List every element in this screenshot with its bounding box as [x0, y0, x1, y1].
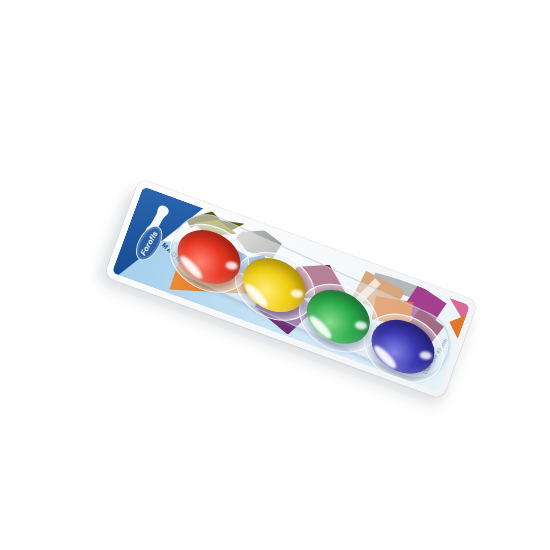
specular-highlight	[354, 321, 367, 330]
specular-highlight	[290, 289, 303, 298]
product-photo: Forofis MAGNETS 4 pcs Diameter 40 mm	[0, 0, 550, 550]
specular-highlight	[419, 351, 432, 360]
blister-card: Forofis MAGNETS 4 pcs Diameter 40 mm	[104, 179, 478, 400]
design-pink-corner	[443, 298, 470, 322]
card-print-area: Forofis MAGNETS 4 pcs Diameter 40 mm	[112, 186, 470, 391]
specular-highlight	[225, 261, 238, 270]
